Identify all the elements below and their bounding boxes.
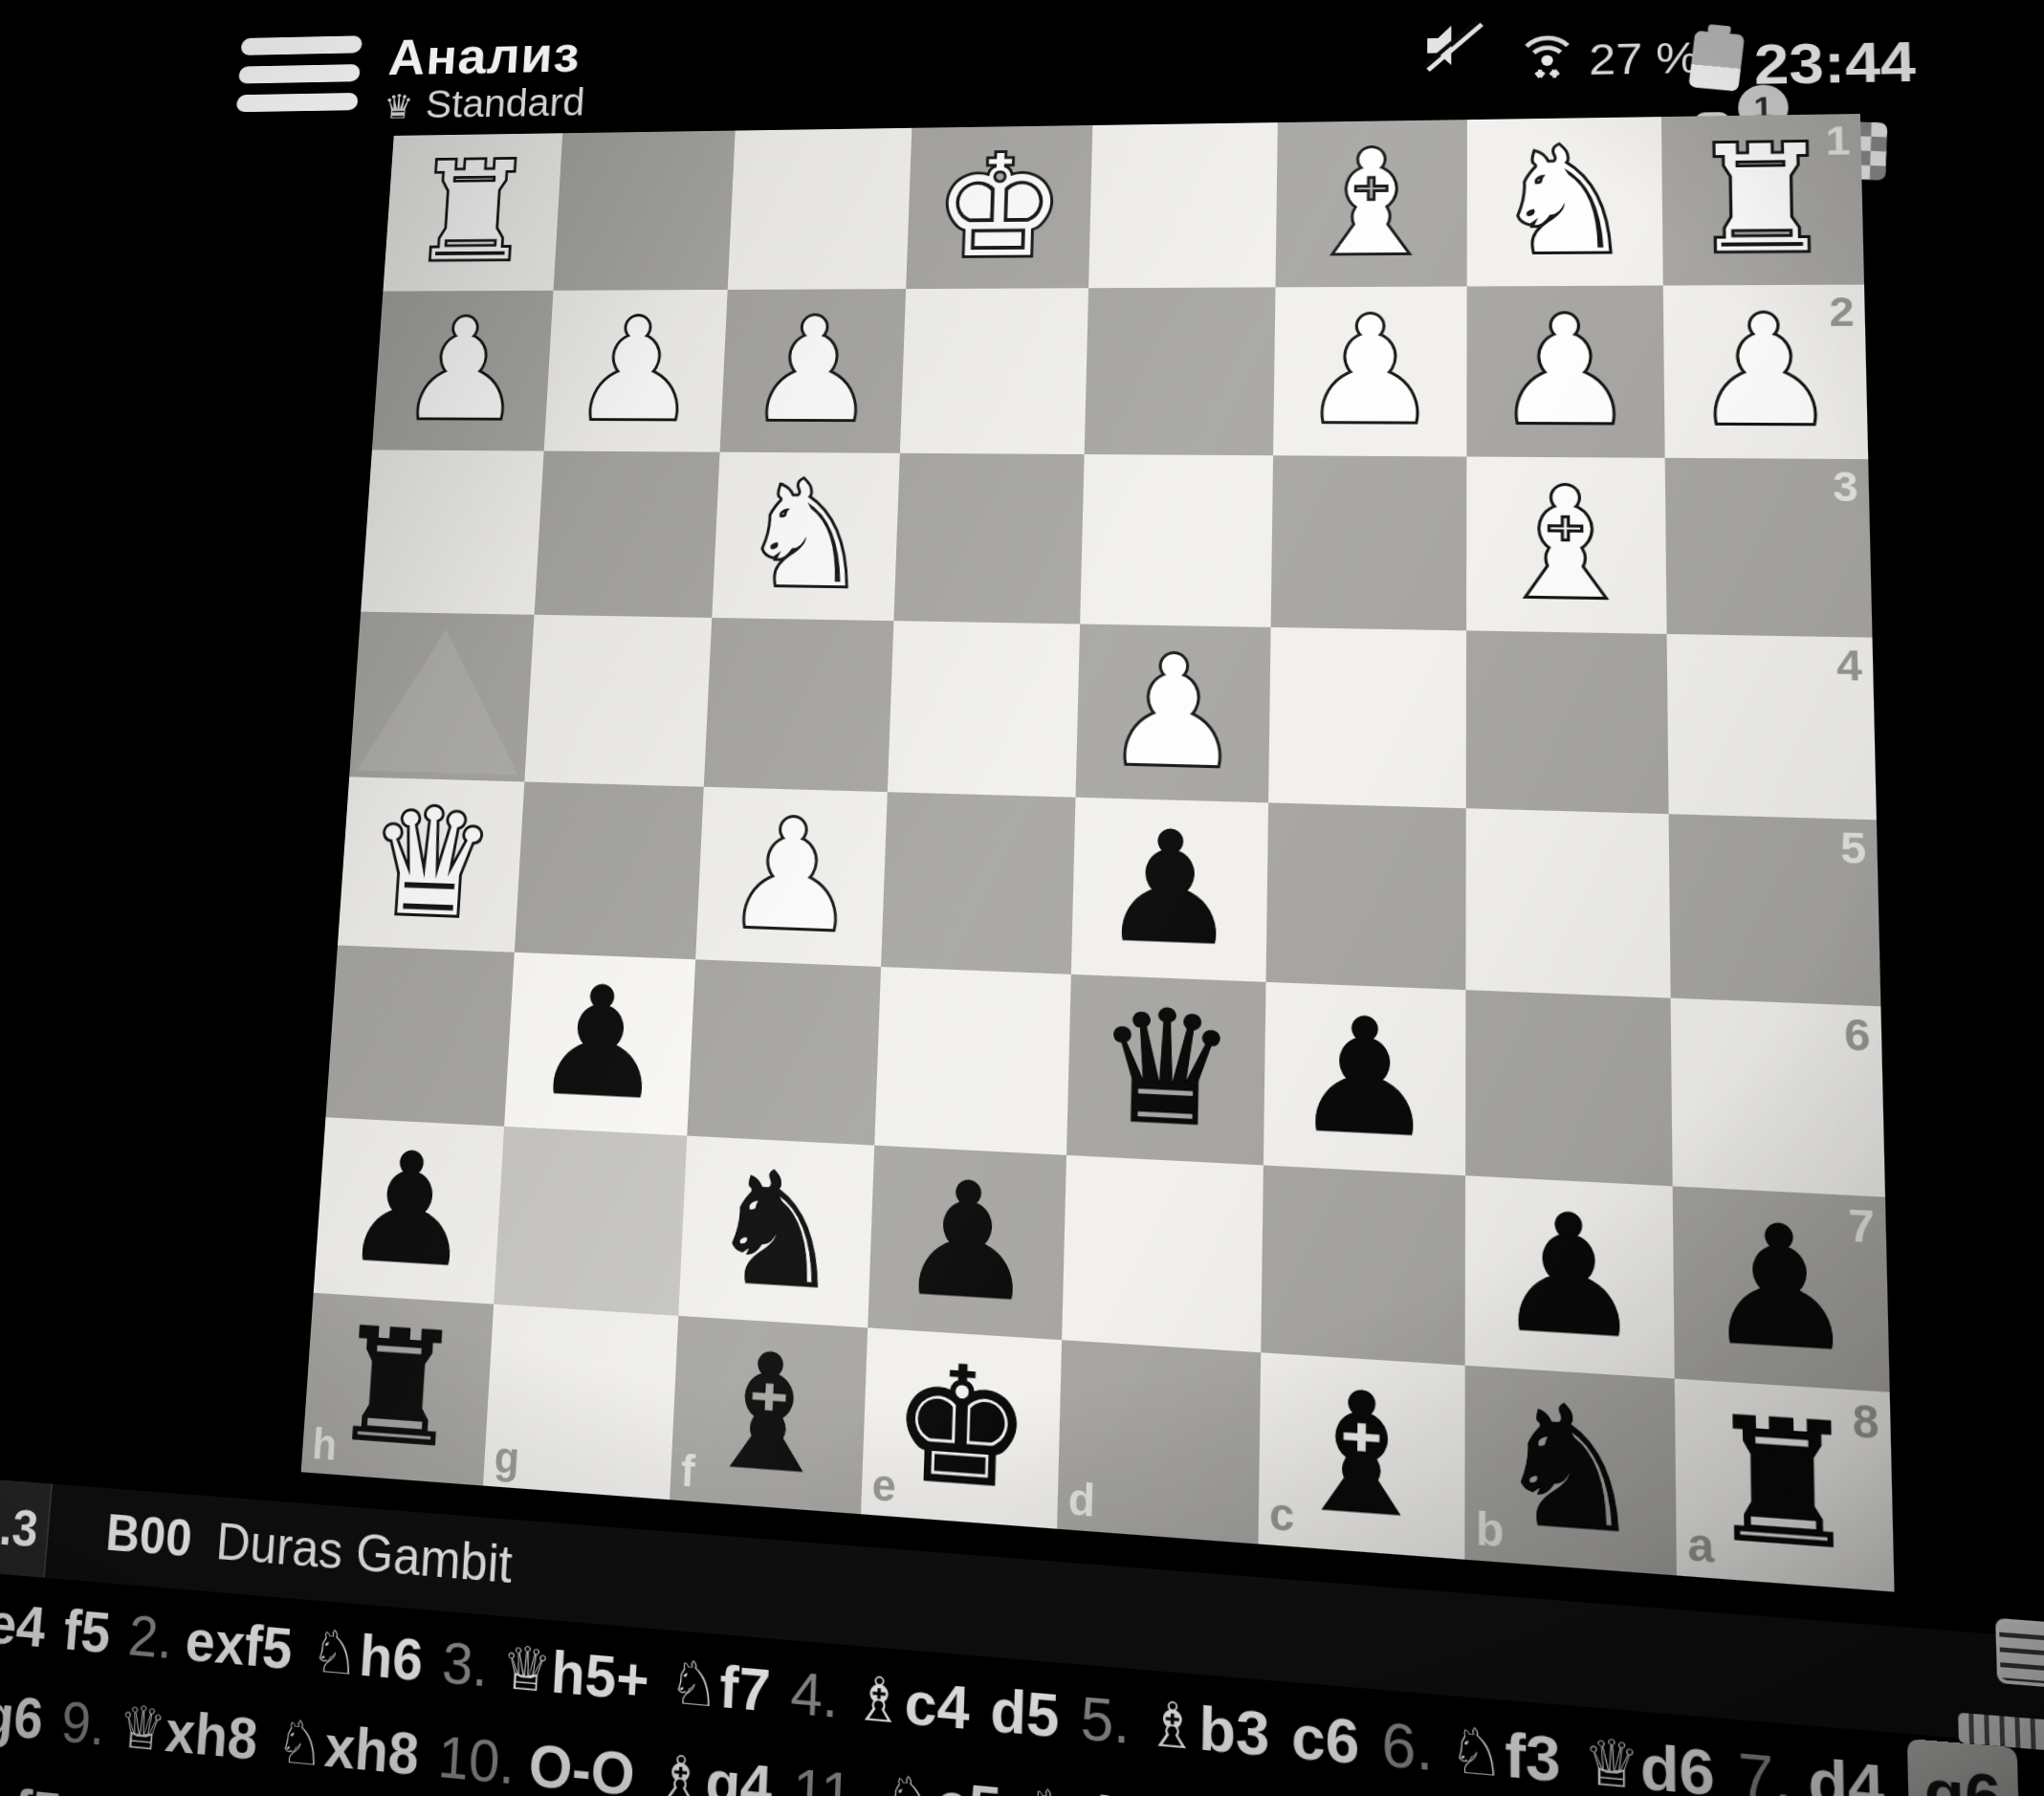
wifi-icon	[1518, 24, 1577, 83]
square-a7[interactable]: ♟7	[1673, 1186, 1890, 1391]
move-token[interactable]: ♘h6	[308, 1605, 426, 1707]
move-token[interactable]: ♗c4	[851, 1650, 971, 1757]
square-e4[interactable]	[888, 621, 1080, 798]
square-h1[interactable]: ♜	[383, 133, 562, 291]
square-h8[interactable]: ♜h	[301, 1293, 494, 1486]
square-d2[interactable]	[1085, 287, 1276, 455]
piece-wB-b3: ♝	[1466, 457, 1667, 634]
piece-bP-b7: ♟	[1465, 1175, 1675, 1378]
piece-wP-h2: ♟	[372, 291, 554, 451]
square-b5[interactable]	[1465, 808, 1670, 997]
rank-label-1: 1	[1825, 118, 1851, 164]
square-a6[interactable]: 6	[1671, 998, 1885, 1197]
square-b2[interactable]: ♟	[1466, 286, 1664, 458]
move-number: 3.	[440, 1615, 492, 1713]
square-a4[interactable]: 4	[1667, 634, 1877, 820]
piece-wQ-h5: ♛	[338, 777, 524, 952]
piece-wP-b2: ♟	[1466, 286, 1664, 458]
move-number: 6.	[1381, 1695, 1433, 1796]
selected-move[interactable]: g6	[1906, 1739, 2019, 1796]
square-c2[interactable]: ♟	[1273, 286, 1467, 456]
square-d3[interactable]	[1080, 454, 1273, 627]
piece-wP-g2: ♟	[544, 290, 728, 452]
square-h7[interactable]: ♟	[314, 1117, 504, 1303]
battery-percent: 27 %	[1589, 32, 1700, 85]
square-c5[interactable]	[1266, 802, 1466, 990]
square-b3[interactable]: ♝	[1466, 457, 1667, 634]
piece-bP-g6: ♟	[504, 953, 695, 1136]
square-d7[interactable]	[1062, 1155, 1264, 1352]
rank-label-4: 4	[1835, 641, 1862, 690]
square-f3[interactable]: ♞	[712, 452, 900, 621]
square-g1[interactable]	[554, 131, 736, 291]
square-f7[interactable]: ♞	[678, 1136, 874, 1328]
square-f4[interactable]	[704, 618, 894, 792]
move-number: 2.	[125, 1589, 176, 1685]
square-e2[interactable]	[900, 288, 1088, 454]
square-d6[interactable]: ♛	[1066, 975, 1266, 1166]
photo-frame: Анализ ♛Standard 27 % 23:44	[0, 0, 2044, 1796]
piece-bN-f7: ♞	[678, 1136, 874, 1328]
rank-label-7: 7	[1848, 1199, 1876, 1254]
square-h4[interactable]	[349, 612, 534, 782]
file-label-d: d	[1067, 1474, 1095, 1527]
move-token[interactable]: ♘f7	[667, 1634, 772, 1739]
file-label-a: a	[1687, 1518, 1714, 1574]
battery-icon	[1688, 31, 1745, 92]
piece-bP-d5: ♟	[1071, 798, 1268, 982]
file-label-g: g	[493, 1433, 520, 1484]
file-label-e: e	[871, 1459, 897, 1512]
square-g5[interactable]	[515, 781, 704, 959]
move-token[interactable]: ♘xh8	[274, 1695, 422, 1796]
square-b4[interactable]	[1466, 630, 1669, 814]
file-label-h: h	[311, 1419, 339, 1470]
piece-bQ-d6: ♛	[1066, 975, 1266, 1166]
square-a3[interactable]: 3	[1665, 458, 1873, 638]
square-h3[interactable]	[361, 449, 543, 614]
rank-label-3: 3	[1833, 463, 1859, 512]
square-f6[interactable]	[687, 959, 881, 1145]
move-number: 5.	[1079, 1669, 1131, 1771]
move-number: 8.	[2040, 1750, 2044, 1796]
file-label-b: b	[1476, 1502, 1505, 1558]
opening-name: Duras Gambit	[214, 1511, 514, 1595]
square-d1[interactable]	[1088, 122, 1278, 288]
square-f1[interactable]	[728, 128, 912, 290]
piece-wR-h1: ♜	[383, 133, 562, 291]
status-clock: 23:44	[1753, 29, 1916, 98]
square-c1[interactable]: ♝	[1275, 120, 1466, 287]
move-token[interactable]: ♗b3	[1144, 1675, 1270, 1784]
square-c6[interactable]: ♟	[1264, 982, 1465, 1175]
move-token[interactable]: ♗g4	[652, 1729, 774, 1796]
piece-bP-e7: ♟	[868, 1146, 1066, 1341]
piece-bB-f8: ♝	[670, 1316, 868, 1514]
file-label-f: f	[680, 1446, 696, 1498]
square-e7[interactable]: ♟	[868, 1146, 1066, 1341]
piece-wP-f5: ♟	[695, 787, 888, 967]
muted-speaker-icon	[1419, 15, 1484, 76]
square-b1[interactable]: ♞	[1467, 117, 1663, 286]
square-e6[interactable]	[874, 967, 1071, 1155]
move-token[interactable]: ♕d6	[1583, 1711, 1716, 1796]
square-d5[interactable]: ♟	[1071, 798, 1268, 982]
square-g7[interactable]	[494, 1127, 687, 1316]
move-token[interactable]: ♕h5+	[499, 1621, 651, 1728]
eco-code: B00	[104, 1502, 194, 1568]
square-f8[interactable]: ♝f	[670, 1316, 868, 1514]
piece-wP-f2: ♟	[720, 289, 907, 453]
square-g4[interactable]	[524, 615, 712, 787]
square-d8[interactable]: d	[1057, 1340, 1261, 1544]
piece-wB-c1: ♝	[1275, 120, 1466, 287]
piece-wP-d4: ♟	[1076, 624, 1271, 802]
square-f5[interactable]: ♟	[695, 787, 888, 967]
rank-label-8: 8	[1852, 1394, 1879, 1450]
square-g6[interactable]: ♟	[504, 953, 695, 1136]
square-c8[interactable]: ♝c	[1258, 1352, 1464, 1559]
square-h5[interactable]: ♛	[338, 777, 524, 952]
move-token[interactable]: O-O	[526, 1718, 637, 1796]
move-token[interactable]: e4	[0, 1577, 49, 1673]
square-e3[interactable]	[893, 453, 1084, 624]
move-number: 9.	[57, 1676, 108, 1772]
move-number: 11.	[791, 1741, 870, 1796]
move-token[interactable]: exf5	[183, 1594, 296, 1696]
move-number: 4.	[789, 1645, 841, 1745]
square-b8[interactable]: ♞b	[1464, 1366, 1677, 1576]
chess-board: ♜♚♝♞♜1♟♟♟♟♟♟2♞♝3♟4♛♟♟5♟♛♟6♟♞♟♟♟7♜hg♝f♚ed…	[301, 114, 1895, 1592]
square-c7[interactable]	[1261, 1165, 1465, 1365]
move-token[interactable]: hxg6	[0, 1663, 47, 1765]
engine-evaluation: -0.3	[0, 1477, 53, 1577]
square-e5[interactable]	[881, 792, 1075, 975]
piece-wK-e1: ♚	[906, 125, 1092, 289]
rank-label-6: 6	[1844, 1009, 1872, 1062]
move-token[interactable]: d4	[1807, 1730, 1885, 1796]
piece-bP-c6: ♟	[1264, 982, 1465, 1175]
square-e1[interactable]: ♚	[906, 125, 1092, 289]
square-c4[interactable]	[1268, 627, 1466, 808]
square-g8[interactable]: g	[483, 1304, 678, 1500]
square-c3[interactable]	[1271, 455, 1467, 630]
square-b6[interactable]	[1465, 990, 1673, 1186]
move-token[interactable]: ♕xh8	[115, 1680, 261, 1786]
piece-wP-c2: ♟	[1273, 286, 1467, 456]
rank-label-5: 5	[1839, 823, 1866, 875]
square-a2[interactable]: ♟2	[1663, 285, 1868, 459]
square-h2[interactable]: ♟	[372, 291, 554, 451]
app-screen: Анализ ♛Standard 27 % 23:44	[0, 0, 2044, 1796]
square-g2[interactable]: ♟	[544, 290, 728, 452]
square-e8[interactable]: ♚e	[861, 1327, 1062, 1528]
move-token[interactable]: f5	[60, 1584, 114, 1678]
piece-wN-f3: ♞	[712, 452, 900, 621]
rank-label-2: 2	[1829, 289, 1855, 336]
move-number: 10.	[435, 1709, 517, 1796]
piece-wN-b1: ♞	[1467, 117, 1663, 286]
square-h6[interactable]	[325, 945, 514, 1126]
square-a5[interactable]: 5	[1669, 814, 1881, 1006]
square-d4[interactable]: ♟	[1076, 624, 1271, 802]
square-f2[interactable]: ♟	[720, 289, 907, 453]
square-b7[interactable]: ♟	[1465, 1175, 1675, 1378]
move-number: 7.	[1737, 1724, 1792, 1796]
file-label-c: c	[1269, 1488, 1295, 1543]
piece-bP-h7: ♟	[314, 1117, 504, 1303]
move-token[interactable]: c6	[1291, 1687, 1360, 1792]
square-g3[interactable]	[535, 451, 720, 618]
square-a8[interactable]: ♜a8	[1675, 1379, 1895, 1592]
move-token[interactable]: d5	[989, 1661, 1061, 1764]
move-token[interactable]: ♘f3	[1449, 1700, 1561, 1796]
move-list-button[interactable]	[1995, 1618, 2044, 1689]
square-a1[interactable]: ♜1	[1661, 114, 1864, 286]
